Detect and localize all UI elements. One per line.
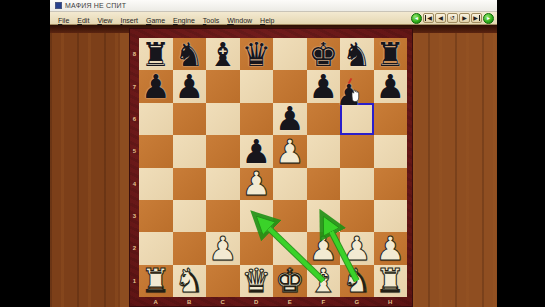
- square-g2[interactable]: ♟: [340, 232, 374, 264]
- white-knight-g1[interactable]: ♞: [342, 264, 372, 297]
- step-forward-button-icon: ▶: [462, 15, 467, 21]
- square-d8[interactable]: ♛: [240, 38, 274, 70]
- black-rook-a8[interactable]: ♜: [141, 38, 171, 71]
- square-c6[interactable]: [206, 103, 240, 135]
- white-pawn-g2[interactable]: ♟: [342, 232, 372, 265]
- square-b7[interactable]: ♟: [173, 70, 207, 102]
- square-h5[interactable]: [374, 135, 408, 167]
- square-b4[interactable]: [173, 168, 207, 200]
- file-label-c: C: [206, 297, 240, 306]
- playback-toolbar: ◂◀◀↺▶▶▸: [411, 12, 494, 24]
- square-c8[interactable]: ♝: [206, 38, 240, 70]
- square-f4[interactable]: [307, 168, 341, 200]
- white-knight-b1[interactable]: ♞: [174, 264, 204, 297]
- square-a5[interactable]: [139, 135, 173, 167]
- square-b1[interactable]: ♞: [173, 265, 207, 297]
- white-pawn-e5[interactable]: ♟: [275, 135, 305, 168]
- black-pawn-e6[interactable]: ♟: [275, 102, 305, 135]
- square-g3[interactable]: [340, 200, 374, 232]
- rank-label-6: 6: [130, 103, 139, 135]
- step-back-button[interactable]: ◀: [435, 13, 446, 23]
- square-b5[interactable]: [173, 135, 207, 167]
- square-g1[interactable]: ♞: [340, 265, 374, 297]
- black-queen-d8[interactable]: ♛: [241, 38, 271, 71]
- square-d3[interactable]: [240, 200, 274, 232]
- menu-edit[interactable]: Edit: [73, 17, 93, 24]
- black-king-f8[interactable]: ♚: [308, 38, 338, 71]
- right-letterbox: [497, 0, 545, 307]
- square-h1[interactable]: ♜: [374, 265, 408, 297]
- white-pawn-h2[interactable]: ♟: [375, 232, 405, 265]
- menu-engine[interactable]: Engine: [169, 17, 199, 24]
- rank-label-8: 8: [130, 38, 139, 70]
- square-a8[interactable]: ♜: [139, 38, 173, 70]
- square-f3[interactable]: [307, 200, 341, 232]
- chess-board: ♟ ♜♞♝♛♚♞♜♟♟♟♟♟♟♟♟♟♟♟♟♜♞♛♚♝♞♜: [139, 38, 407, 297]
- square-g5[interactable]: [340, 135, 374, 167]
- go-to-end-button-icon: ▶: [473, 15, 480, 21]
- white-pawn-f2[interactable]: ♟: [308, 232, 338, 265]
- square-b6[interactable]: [173, 103, 207, 135]
- board-frame: 87654321 ABCDEFGH ♟ ♜♞♝♛♚♞♜♟♟♟♟♟♟♟♟♟♟♟♟♜…: [129, 28, 413, 307]
- square-c4[interactable]: [206, 168, 240, 200]
- square-d2[interactable]: [240, 232, 274, 264]
- rank-label-1: 1: [130, 265, 139, 297]
- square-h4[interactable]: [374, 168, 408, 200]
- rank-label-3: 3: [130, 200, 139, 232]
- square-c3[interactable]: [206, 200, 240, 232]
- rank-label-4: 4: [130, 168, 139, 200]
- square-c5[interactable]: [206, 135, 240, 167]
- go-to-start-button[interactable]: ◀: [423, 13, 434, 23]
- menu-tools[interactable]: Tools: [199, 17, 223, 24]
- rank-label-7: 7: [130, 70, 139, 102]
- replay-button[interactable]: ↺: [447, 13, 458, 23]
- square-c1[interactable]: [206, 265, 240, 297]
- menu-view[interactable]: View: [93, 17, 116, 24]
- square-f5[interactable]: [307, 135, 341, 167]
- go-to-start-button-icon: ◀: [425, 15, 432, 21]
- square-d4[interactable]: ♟: [240, 168, 274, 200]
- replay-button-icon: ↺: [450, 15, 455, 21]
- black-rook-h8[interactable]: ♜: [375, 38, 405, 71]
- square-g4[interactable]: [340, 168, 374, 200]
- square-d6[interactable]: [240, 103, 274, 135]
- square-f1[interactable]: ♝: [307, 265, 341, 297]
- app-icon: [55, 2, 62, 9]
- step-back-button-icon: ◀: [438, 15, 443, 21]
- square-e3[interactable]: [273, 200, 307, 232]
- black-pawn-b7[interactable]: ♟: [174, 70, 204, 103]
- square-e2[interactable]: [273, 232, 307, 264]
- square-e8[interactable]: [273, 38, 307, 70]
- square-d1[interactable]: ♛: [240, 265, 274, 297]
- square-g8[interactable]: ♞: [340, 38, 374, 70]
- square-a4[interactable]: [139, 168, 173, 200]
- square-h6[interactable]: [374, 103, 408, 135]
- go-to-end-button[interactable]: ▶: [471, 13, 482, 23]
- menu-insert[interactable]: Insert: [116, 17, 142, 24]
- menu-bar: FileEditViewInsertGameEngineToolsWindowH…: [50, 12, 497, 25]
- square-c7[interactable]: [206, 70, 240, 102]
- square-e7[interactable]: [273, 70, 307, 102]
- square-a2[interactable]: [139, 232, 173, 264]
- square-h8[interactable]: ♜: [374, 38, 408, 70]
- drag-hand-cursor: [349, 89, 362, 103]
- black-pawn-d5[interactable]: ♟: [241, 135, 271, 168]
- white-queen-d1[interactable]: ♛: [241, 264, 271, 297]
- square-h3[interactable]: [374, 200, 408, 232]
- square-e1[interactable]: ♚: [273, 265, 307, 297]
- square-c2[interactable]: ♟: [206, 232, 240, 264]
- black-knight-g8[interactable]: ♞: [342, 38, 372, 71]
- square-h2[interactable]: ♟: [374, 232, 408, 264]
- square-e5[interactable]: ♟: [273, 135, 307, 167]
- prev-game-button-icon: ◂: [415, 15, 418, 21]
- rank-label-2: 2: [130, 232, 139, 264]
- white-rook-a1[interactable]: ♜: [141, 264, 171, 297]
- square-b8[interactable]: ♞: [173, 38, 207, 70]
- square-b2[interactable]: [173, 232, 207, 264]
- white-king-e1[interactable]: ♚: [275, 264, 305, 297]
- menu-help[interactable]: Help: [256, 17, 278, 24]
- square-d7[interactable]: [240, 70, 274, 102]
- next-game-button-icon: ▸: [487, 15, 490, 21]
- rank-label-5: 5: [130, 135, 139, 167]
- white-pawn-d4[interactable]: ♟: [241, 167, 271, 200]
- white-bishop-f1[interactable]: ♝: [308, 264, 338, 297]
- square-d5[interactable]: ♟: [240, 135, 274, 167]
- square-a3[interactable]: [139, 200, 173, 232]
- black-pawn-f7[interactable]: ♟: [308, 70, 338, 103]
- square-a1[interactable]: ♜: [139, 265, 173, 297]
- square-a7[interactable]: ♟: [139, 70, 173, 102]
- white-pawn-c2[interactable]: ♟: [208, 232, 238, 265]
- square-b3[interactable]: [173, 200, 207, 232]
- square-h7[interactable]: ♟: [374, 70, 408, 102]
- black-bishop-c8[interactable]: ♝: [208, 38, 238, 71]
- black-knight-b8[interactable]: ♞: [174, 38, 204, 71]
- black-pawn-h7[interactable]: ♟: [375, 70, 405, 103]
- application-window: МАФИЯ НЕ СПИТ FileEditViewInsertGameEngi…: [50, 0, 497, 307]
- menu-file[interactable]: File: [54, 17, 73, 24]
- white-rook-h1[interactable]: ♜: [375, 264, 405, 297]
- square-e6[interactable]: ♟: [273, 103, 307, 135]
- prev-game-button[interactable]: ◂: [411, 13, 422, 24]
- square-a6[interactable]: [139, 103, 173, 135]
- rank-labels: 87654321: [130, 38, 139, 297]
- menu-window[interactable]: Window: [223, 17, 256, 24]
- left-letterbox: [0, 0, 50, 307]
- window-title: МАФИЯ НЕ СПИТ: [65, 2, 126, 9]
- black-pawn-a7[interactable]: ♟: [141, 70, 171, 103]
- square-f8[interactable]: ♚: [307, 38, 341, 70]
- square-f2[interactable]: ♟: [307, 232, 341, 264]
- square-e4[interactable]: [273, 168, 307, 200]
- menu-game[interactable]: Game: [142, 17, 169, 24]
- step-forward-button[interactable]: ▶: [459, 13, 470, 23]
- next-game-button[interactable]: ▸: [483, 13, 494, 24]
